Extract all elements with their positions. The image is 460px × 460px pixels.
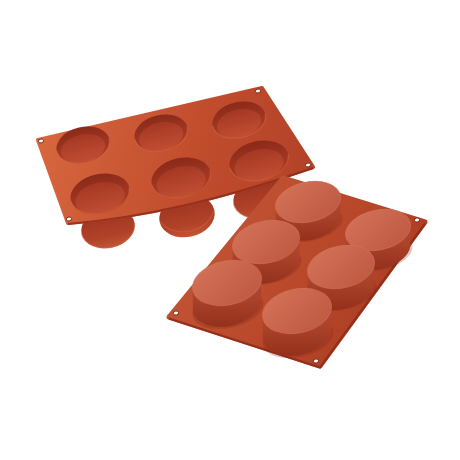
scene [0, 0, 460, 460]
corner-hole [173, 311, 179, 316]
corner-hole [313, 359, 319, 364]
product-photo [0, 0, 460, 460]
corner-hole [414, 218, 420, 223]
